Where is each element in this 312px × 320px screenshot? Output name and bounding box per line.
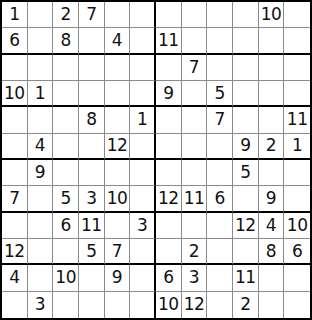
cell-r9c11[interactable]: 4	[259, 213, 285, 239]
cell-r9c9[interactable]	[207, 213, 233, 239]
cell-r1c5[interactable]	[105, 2, 131, 28]
cell-r2c9[interactable]	[207, 28, 233, 54]
cell-r12c11[interactable]	[259, 292, 285, 318]
cell-r12c8[interactable]: 12	[182, 292, 208, 318]
cell-r10c7[interactable]	[156, 239, 182, 265]
cell-r11c5[interactable]: 9	[105, 265, 131, 291]
cell-r8c2[interactable]	[28, 186, 54, 212]
cell-r3c11[interactable]	[259, 55, 285, 81]
cell-r4c8[interactable]	[182, 81, 208, 107]
cell-r12c9[interactable]	[207, 292, 233, 318]
cell-r12c6[interactable]	[130, 292, 156, 318]
cell-r2c8[interactable]	[182, 28, 208, 54]
cell-r11c9[interactable]	[207, 265, 233, 291]
cell-r6c12[interactable]: 1	[284, 134, 310, 160]
cell-r11c8[interactable]: 3	[182, 265, 208, 291]
cell-r12c10[interactable]: 2	[233, 292, 259, 318]
cell-r6c4[interactable]	[79, 134, 105, 160]
cell-r4c6[interactable]	[130, 81, 156, 107]
cell-r10c3[interactable]	[53, 239, 79, 265]
cell-r11c3[interactable]: 10	[53, 265, 79, 291]
cell-r4c11[interactable]	[259, 81, 285, 107]
cell-r3c8[interactable]: 7	[182, 55, 208, 81]
cell-r9c6[interactable]: 3	[130, 213, 156, 239]
cell-r7c12[interactable]	[284, 160, 310, 186]
cell-r7c10[interactable]: 5	[233, 160, 259, 186]
cell-r11c11[interactable]	[259, 265, 285, 291]
cell-r6c9[interactable]	[207, 134, 233, 160]
cell-r5c8[interactable]	[182, 107, 208, 133]
cell-r7c5[interactable]	[105, 160, 131, 186]
cell-r7c6[interactable]	[130, 160, 156, 186]
cell-r9c12[interactable]: 10	[284, 213, 310, 239]
cell-r12c7[interactable]: 10	[156, 292, 182, 318]
cell-r7c1[interactable]	[2, 160, 28, 186]
cell-r7c8[interactable]	[182, 160, 208, 186]
cell-r2c4[interactable]	[79, 28, 105, 54]
cell-r2c10[interactable]	[233, 28, 259, 54]
cell-r8c4[interactable]: 3	[79, 186, 105, 212]
cell-r4c7[interactable]: 9	[156, 81, 182, 107]
cell-r8c6[interactable]	[130, 186, 156, 212]
cell-r10c4[interactable]: 5	[79, 239, 105, 265]
cell-r10c1[interactable]: 12	[2, 239, 28, 265]
cell-r4c5[interactable]	[105, 81, 131, 107]
cell-r4c2[interactable]: 1	[28, 81, 54, 107]
cell-r7c7[interactable]	[156, 160, 182, 186]
cell-r12c3[interactable]	[53, 292, 79, 318]
cell-r3c4[interactable]	[79, 55, 105, 81]
cell-r6c10[interactable]: 9	[233, 134, 259, 160]
sudoku-board: 1271068411710195817114129219575310121169…	[0, 0, 312, 320]
cell-r12c2[interactable]: 3	[28, 292, 54, 318]
cell-r6c3[interactable]	[53, 134, 79, 160]
cell-r1c8[interactable]	[182, 2, 208, 28]
cell-r3c2[interactable]	[28, 55, 54, 81]
cell-r2c7[interactable]: 11	[156, 28, 182, 54]
cell-r4c10[interactable]	[233, 81, 259, 107]
cell-r5c10[interactable]	[233, 107, 259, 133]
cell-r9c10[interactable]: 12	[233, 213, 259, 239]
cell-r1c11[interactable]: 10	[259, 2, 285, 28]
cell-r1c6[interactable]	[130, 2, 156, 28]
cell-r4c12[interactable]	[284, 81, 310, 107]
cell-r5c1[interactable]	[2, 107, 28, 133]
cell-r1c12[interactable]	[284, 2, 310, 28]
cell-r3c12[interactable]	[284, 55, 310, 81]
cell-r5c11[interactable]	[259, 107, 285, 133]
cell-r12c1[interactable]	[2, 292, 28, 318]
cell-r3c7[interactable]	[156, 55, 182, 81]
cell-r5c9[interactable]: 7	[207, 107, 233, 133]
cell-r5c5[interactable]	[105, 107, 131, 133]
cell-r8c1[interactable]: 7	[2, 186, 28, 212]
cell-r10c12[interactable]: 6	[284, 239, 310, 265]
cell-r11c12[interactable]	[284, 265, 310, 291]
cell-r5c7[interactable]	[156, 107, 182, 133]
cell-r10c2[interactable]	[28, 239, 54, 265]
cell-r4c4[interactable]	[79, 81, 105, 107]
cell-r8c10[interactable]	[233, 186, 259, 212]
cell-r10c10[interactable]	[233, 239, 259, 265]
cell-r8c7[interactable]: 12	[156, 186, 182, 212]
cell-r11c1[interactable]: 4	[2, 265, 28, 291]
cell-r9c4[interactable]: 11	[79, 213, 105, 239]
cell-r3c3[interactable]	[53, 55, 79, 81]
cell-r6c5[interactable]: 12	[105, 134, 131, 160]
cell-r6c1[interactable]	[2, 134, 28, 160]
cell-r5c3[interactable]	[53, 107, 79, 133]
cell-r3c6[interactable]	[130, 55, 156, 81]
cell-r11c10[interactable]: 11	[233, 265, 259, 291]
cell-r9c7[interactable]	[156, 213, 182, 239]
cell-r11c6[interactable]	[130, 265, 156, 291]
cell-r6c6[interactable]	[130, 134, 156, 160]
cell-r2c6[interactable]	[130, 28, 156, 54]
cell-r10c11[interactable]: 8	[259, 239, 285, 265]
cell-r5c6[interactable]: 1	[130, 107, 156, 133]
cell-r8c5[interactable]: 10	[105, 186, 131, 212]
cell-r4c9[interactable]: 5	[207, 81, 233, 107]
cell-r10c5[interactable]: 7	[105, 239, 131, 265]
cell-r7c4[interactable]	[79, 160, 105, 186]
cell-r10c9[interactable]	[207, 239, 233, 265]
cell-r1c9[interactable]	[207, 2, 233, 28]
cell-r7c11[interactable]	[259, 160, 285, 186]
cell-r10c8[interactable]: 2	[182, 239, 208, 265]
cell-r3c5[interactable]	[105, 55, 131, 81]
cell-r12c12[interactable]	[284, 292, 310, 318]
cell-r8c12[interactable]	[284, 186, 310, 212]
cell-r2c5[interactable]: 4	[105, 28, 131, 54]
cell-r1c3[interactable]: 2	[53, 2, 79, 28]
cell-r5c2[interactable]	[28, 107, 54, 133]
cell-r2c2[interactable]	[28, 28, 54, 54]
cell-r5c12[interactable]: 11	[284, 107, 310, 133]
cell-r6c7[interactable]	[156, 134, 182, 160]
cell-r1c2[interactable]	[28, 2, 54, 28]
cell-r9c5[interactable]	[105, 213, 131, 239]
cell-r8c8[interactable]: 11	[182, 186, 208, 212]
cell-r12c5[interactable]	[105, 292, 131, 318]
cell-r8c11[interactable]: 9	[259, 186, 285, 212]
cell-r3c10[interactable]	[233, 55, 259, 81]
cell-r2c11[interactable]	[259, 28, 285, 54]
cell-r8c9[interactable]: 6	[207, 186, 233, 212]
cell-r7c9[interactable]	[207, 160, 233, 186]
cell-r1c7[interactable]	[156, 2, 182, 28]
cell-r4c3[interactable]	[53, 81, 79, 107]
cell-r6c2[interactable]: 4	[28, 134, 54, 160]
cell-r10c6[interactable]	[130, 239, 156, 265]
cell-r3c9[interactable]	[207, 55, 233, 81]
cell-r4c1[interactable]: 10	[2, 81, 28, 107]
cell-r1c1[interactable]: 1	[2, 2, 28, 28]
cell-r9c1[interactable]	[2, 213, 28, 239]
cell-r6c11[interactable]: 2	[259, 134, 285, 160]
cell-r9c3[interactable]: 6	[53, 213, 79, 239]
cell-r7c3[interactable]	[53, 160, 79, 186]
cell-r5c4[interactable]: 8	[79, 107, 105, 133]
cell-r2c1[interactable]: 6	[2, 28, 28, 54]
cell-r9c8[interactable]	[182, 213, 208, 239]
cell-r7c2[interactable]: 9	[28, 160, 54, 186]
cell-r1c4[interactable]: 7	[79, 2, 105, 28]
cell-r8c3[interactable]: 5	[53, 186, 79, 212]
cell-r6c8[interactable]	[182, 134, 208, 160]
cell-r11c7[interactable]: 6	[156, 265, 182, 291]
cell-r1c10[interactable]	[233, 2, 259, 28]
cell-r9c2[interactable]	[28, 213, 54, 239]
cell-r2c12[interactable]	[284, 28, 310, 54]
cell-r2c3[interactable]: 8	[53, 28, 79, 54]
cell-r3c1[interactable]	[2, 55, 28, 81]
cell-r11c4[interactable]	[79, 265, 105, 291]
cell-r11c2[interactable]	[28, 265, 54, 291]
cell-r12c4[interactable]	[79, 292, 105, 318]
